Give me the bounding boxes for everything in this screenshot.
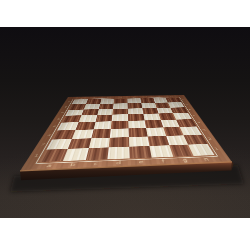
file-label-h: h	[194, 155, 219, 163]
square-c1	[85, 148, 109, 161]
file-label-g: g	[173, 156, 198, 165]
file-label-c: c	[83, 159, 107, 168]
file-label-b: b	[59, 160, 85, 169]
file-label-f: f	[151, 157, 175, 166]
product-photo-page: abcdefgh abcdefgh 87654321 87654321	[0, 0, 250, 250]
square-d1	[108, 147, 130, 159]
square-e1	[129, 146, 151, 158]
squares-grid	[39, 98, 214, 162]
square-h1	[188, 144, 214, 156]
file-label-e: e	[130, 158, 153, 167]
file-label-a: a	[35, 161, 63, 170]
file-label-d: d	[107, 158, 130, 167]
